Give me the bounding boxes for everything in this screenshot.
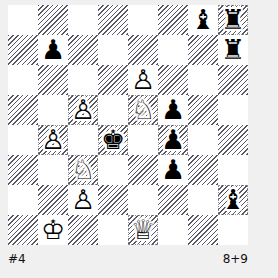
black-bishop-g8: ♝: [188, 5, 218, 35]
square-d1: [98, 215, 128, 245]
chess-board: ♝♜♟♜♙♙♘♟♙♚♟♘♟♙♝♔♕: [8, 5, 248, 245]
square-h3: [218, 155, 248, 185]
square-d2: [98, 185, 128, 215]
square-c3: ♘: [68, 155, 98, 185]
white-pawn-e6: ♙: [128, 65, 158, 95]
square-c5: ♙: [68, 95, 98, 125]
square-a5: [8, 95, 38, 125]
square-a3: [8, 155, 38, 185]
square-f6: [158, 65, 188, 95]
piece-count-label: 8+9: [223, 252, 248, 266]
square-f5: ♟: [158, 95, 188, 125]
square-g4: [188, 125, 218, 155]
square-h1: [218, 215, 248, 245]
square-e3: [128, 155, 158, 185]
square-b5: [38, 95, 68, 125]
black-bishop-h2: ♝: [218, 185, 248, 215]
square-f8: [158, 5, 188, 35]
white-knight-e5: ♘: [128, 95, 158, 125]
square-b8: [38, 5, 68, 35]
square-a1: [8, 215, 38, 245]
square-b4: ♙: [38, 125, 68, 155]
square-f4: ♟: [158, 125, 188, 155]
square-c1: [68, 215, 98, 245]
square-c8: [68, 5, 98, 35]
square-g8: ♝: [188, 5, 218, 35]
stipulation-label: #4: [8, 252, 26, 266]
black-king-d4: ♚: [98, 125, 128, 155]
black-rook-h7: ♜: [218, 35, 248, 65]
white-pawn-c2: ♙: [68, 185, 98, 215]
square-g5: [188, 95, 218, 125]
square-d5: [98, 95, 128, 125]
square-c6: [68, 65, 98, 95]
square-a4: [8, 125, 38, 155]
square-e6: ♙: [128, 65, 158, 95]
caption-row: #4 8+9: [8, 252, 248, 266]
square-d7: [98, 35, 128, 65]
white-pawn-c5: ♙: [68, 95, 98, 125]
square-g1: [188, 215, 218, 245]
square-d8: [98, 5, 128, 35]
black-rook-h8: ♜: [218, 5, 248, 35]
square-f3: ♟: [158, 155, 188, 185]
square-h8: ♜: [218, 5, 248, 35]
square-f7: [158, 35, 188, 65]
square-b7: ♟: [38, 35, 68, 65]
black-pawn-f3: ♟: [158, 155, 188, 185]
square-g7: [188, 35, 218, 65]
square-a7: [8, 35, 38, 65]
square-c4: [68, 125, 98, 155]
square-a6: [8, 65, 38, 95]
square-e8: [128, 5, 158, 35]
black-pawn-f4: ♟: [158, 125, 188, 155]
square-e4: [128, 125, 158, 155]
square-a2: [8, 185, 38, 215]
black-pawn-b7: ♟: [38, 35, 68, 65]
square-d6: [98, 65, 128, 95]
square-b6: [38, 65, 68, 95]
white-knight-c3: ♘: [68, 155, 98, 185]
square-h7: ♜: [218, 35, 248, 65]
square-e1: ♕: [128, 215, 158, 245]
white-king-b1: ♔: [38, 215, 68, 245]
white-pawn-b4: ♙: [38, 125, 68, 155]
square-e5: ♘: [128, 95, 158, 125]
square-h4: [218, 125, 248, 155]
square-b1: ♔: [38, 215, 68, 245]
black-pawn-f5: ♟: [158, 95, 188, 125]
square-a8: [8, 5, 38, 35]
square-h5: [218, 95, 248, 125]
square-f2: [158, 185, 188, 215]
square-f1: [158, 215, 188, 245]
square-b3: [38, 155, 68, 185]
square-h6: [218, 65, 248, 95]
white-queen-e1: ♕: [128, 215, 158, 245]
square-e7: [128, 35, 158, 65]
square-g6: [188, 65, 218, 95]
square-c7: [68, 35, 98, 65]
square-c2: ♙: [68, 185, 98, 215]
square-g3: [188, 155, 218, 185]
square-d3: [98, 155, 128, 185]
square-d4: ♚: [98, 125, 128, 155]
square-b2: [38, 185, 68, 215]
square-h2: ♝: [218, 185, 248, 215]
square-e2: [128, 185, 158, 215]
square-g2: [188, 185, 218, 215]
